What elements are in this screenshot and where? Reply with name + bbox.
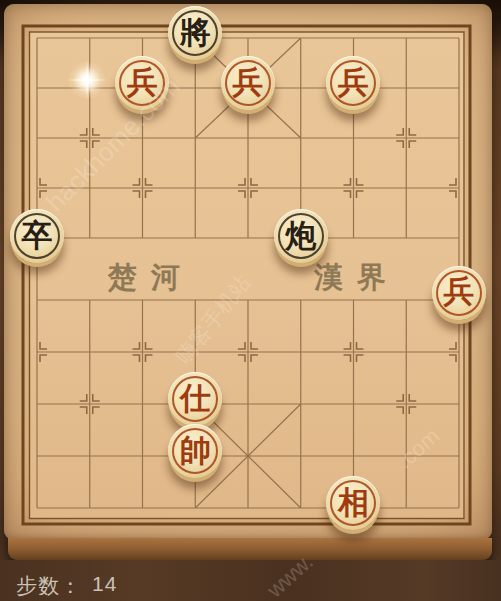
piece-glyph: 兵 xyxy=(127,67,158,98)
piece-red-soldier[interactable]: 兵 xyxy=(115,56,169,110)
sparkle-highlight xyxy=(67,60,107,100)
piece-red-soldier[interactable]: 兵 xyxy=(432,266,486,320)
piece-black-cannon[interactable]: 炮 xyxy=(274,209,328,263)
piece-glyph: 卒 xyxy=(21,220,52,251)
piece-red-advisor[interactable]: 仕 xyxy=(168,372,222,426)
move-counter-label: 步数： xyxy=(16,572,82,600)
piece-glyph: 兵 xyxy=(443,276,474,307)
piece-black-general[interactable]: 將 xyxy=(168,6,222,60)
move-counter: 步数：14 xyxy=(16,572,117,600)
piece-glyph: 將 xyxy=(180,17,211,48)
piece-glyph: 帥 xyxy=(180,435,211,466)
piece-red-elephant[interactable]: 相 xyxy=(326,476,380,530)
piece-red-soldier[interactable]: 兵 xyxy=(221,56,275,110)
piece-glyph: 兵 xyxy=(338,67,369,98)
piece-red-soldier[interactable]: 兵 xyxy=(326,56,380,110)
piece-glyph: 炮 xyxy=(285,220,316,251)
piece-glyph: 相 xyxy=(338,487,369,518)
piece-red-general[interactable]: 帥 xyxy=(168,424,222,478)
piece-glyph: 兵 xyxy=(232,67,263,98)
piece-glyph: 仕 xyxy=(180,383,211,414)
move-counter-value: 14 xyxy=(92,572,117,600)
xiangqi-board[interactable]: 將兵兵兵卒炮兵仕帥相 xyxy=(11,13,486,534)
xiangqi-app-screen: 楚河 漢界 將兵兵兵卒炮兵仕帥相 hackhome.com嗨客手机站.comww… xyxy=(0,0,501,601)
piece-black-soldier[interactable]: 卒 xyxy=(10,209,64,263)
